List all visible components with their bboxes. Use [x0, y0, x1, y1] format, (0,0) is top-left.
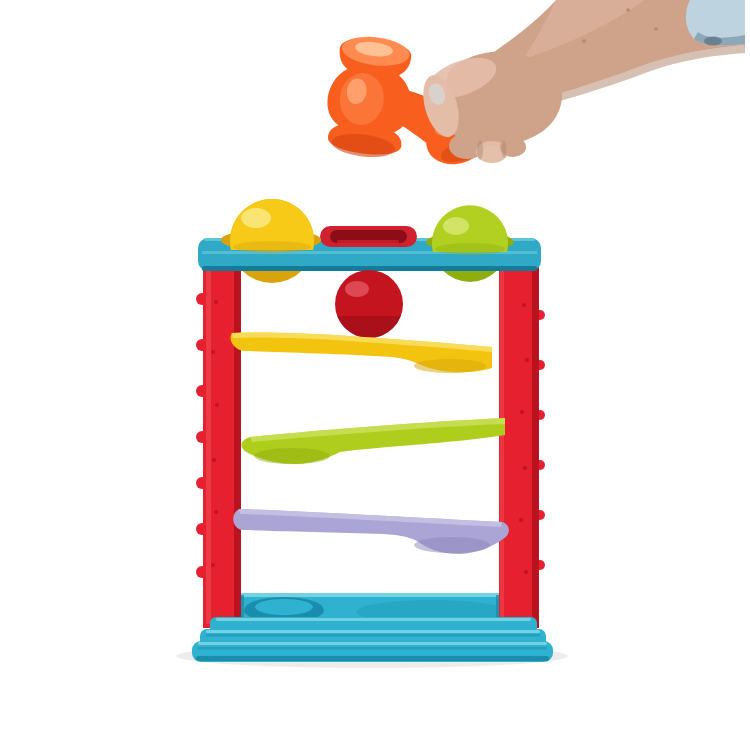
skin-freckle: [654, 27, 658, 31]
right-post-dimple: [519, 518, 523, 522]
tray-bowl-inner: [255, 599, 313, 615]
green-ball-highlight: [443, 217, 469, 235]
base-step-seam-2: [198, 647, 547, 650]
left-post-dimple: [214, 300, 218, 304]
yellow-ball-sink-shade: [233, 241, 311, 253]
yellow-ball-highlight: [241, 208, 271, 228]
left-post-dimple: [211, 563, 215, 567]
left-post-dimple: [211, 350, 215, 354]
right-post-dimple: [522, 303, 526, 307]
finger-seam: [477, 140, 483, 160]
right-post-shade: [532, 260, 539, 628]
yellow-ramp-scoop-shade: [414, 359, 486, 373]
green-ball-sink-shade: [435, 243, 505, 255]
right-post-highlight: [500, 262, 504, 624]
skin-freckle: [626, 8, 630, 12]
right-post-dimple: [524, 570, 528, 574]
base-step-3-highlight: [198, 642, 547, 645]
right-post-dimple: [523, 466, 527, 470]
right-post: [499, 260, 545, 628]
purple-ramp-scoop-shade: [414, 537, 490, 553]
toy-scene: [0, 0, 750, 750]
right-post-dimple: [520, 410, 524, 414]
product-photo: Product photo: an adult hand with a roll…: [0, 0, 750, 750]
left-post-dimple: [215, 403, 219, 407]
base-tray-highlight: [233, 593, 507, 597]
base-step-2-highlight: [206, 630, 540, 633]
base-step-1-highlight: [216, 618, 531, 621]
finger-seam: [502, 140, 507, 158]
red-ball-highlight: [345, 281, 369, 297]
left-post-dimple: [212, 458, 216, 462]
hammer-hole-inner-edge: [337, 240, 399, 243]
skin-freckle: [582, 39, 586, 43]
left-post-shade: [234, 260, 241, 628]
left-post-dimple: [214, 510, 218, 514]
left-post-highlight: [206, 262, 211, 624]
green-ramp-scoop-shade: [254, 448, 330, 464]
base-step-seam-1: [206, 634, 540, 637]
right-post-dimple: [525, 358, 529, 362]
denim-fold-shadow: [704, 37, 722, 46]
base-bottom-shade: [196, 656, 549, 661]
